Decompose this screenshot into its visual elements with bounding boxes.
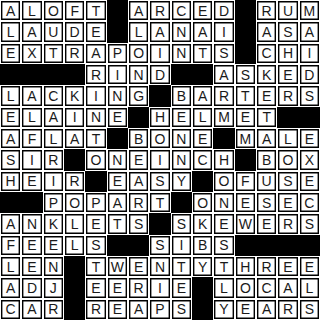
cell-r14c12[interactable]: O [235, 277, 256, 298]
cell-letter: F [241, 174, 250, 188]
cell-r6c2[interactable]: L [21, 107, 42, 128]
block-cell-r6c7 [128, 107, 149, 128]
cell-r1c10[interactable]: E [192, 0, 213, 21]
cell-r1c13[interactable]: R [256, 0, 277, 21]
cell-r7c14[interactable]: L [277, 128, 298, 149]
cell-r13c10[interactable]: Y [192, 256, 213, 277]
cell-letter: U [283, 4, 293, 18]
cell-r11c14[interactable]: R [277, 213, 298, 234]
cell-r11c6[interactable]: T [107, 213, 128, 234]
cell-r13c1[interactable]: L [0, 256, 21, 277]
cell-letter: M [303, 4, 315, 18]
cell-r2c8[interactable]: A [149, 21, 170, 42]
cell-r8c5[interactable]: O [85, 149, 106, 170]
cell-r13c15[interactable]: E [299, 256, 320, 277]
cell-letter: O [155, 132, 166, 146]
cell-r7c15[interactable]: E [299, 128, 320, 149]
cell-r13c12[interactable]: H [235, 256, 256, 277]
cell-letter: S [219, 238, 228, 252]
cell-letter: I [30, 153, 34, 167]
cell-r2c2[interactable]: A [21, 21, 42, 42]
cell-letter: H [219, 153, 229, 167]
cell-r8c1[interactable]: S [0, 149, 21, 170]
cell-r8c6[interactable]: N [107, 149, 128, 170]
block-cell-r7c11 [213, 128, 234, 149]
cell-letter: B [134, 132, 143, 146]
cell-letter: L [71, 217, 79, 231]
cell-letter: S [155, 238, 164, 252]
cell-r1c8[interactable]: R [149, 0, 170, 21]
cell-letter: S [241, 68, 250, 82]
block-cell-r12c15 [299, 235, 320, 256]
cell-r11c12[interactable]: W [235, 213, 256, 234]
block-cell-r4c10 [192, 64, 213, 85]
cell-r3c9[interactable]: N [171, 43, 192, 64]
cell-r2c9[interactable]: N [171, 21, 192, 42]
cell-letter: L [199, 110, 207, 124]
cell-r9c12[interactable]: F [235, 171, 256, 192]
cell-letter: W [239, 217, 252, 231]
cell-r5c9[interactable]: B [171, 85, 192, 106]
cell-letter: Y [198, 260, 207, 274]
cell-r1c4[interactable]: F [64, 0, 85, 21]
block-cell-r2c6 [107, 21, 128, 42]
cell-r15c14[interactable]: R [277, 299, 298, 320]
cell-letter: T [198, 46, 207, 60]
cell-letter: N [176, 132, 186, 146]
cell-r2c3[interactable]: U [43, 21, 64, 42]
cell-r6c8[interactable]: H [149, 107, 170, 128]
cell-r12c11[interactable]: S [213, 235, 234, 256]
cell-r8c15[interactable]: X [299, 149, 320, 170]
cell-letter: T [262, 110, 271, 124]
cell-r2c14[interactable]: S [277, 21, 298, 42]
cell-letter: A [262, 25, 271, 39]
cell-r3c2[interactable]: X [21, 43, 42, 64]
cell-r5c7[interactable]: G [128, 85, 149, 106]
cell-letter: C [48, 89, 58, 103]
cell-r5c6[interactable]: N [107, 85, 128, 106]
cell-r14c3[interactable]: J [43, 277, 64, 298]
cell-letter: T [92, 260, 101, 274]
cell-r6c13[interactable]: T [256, 107, 277, 128]
cell-r12c9[interactable]: I [171, 235, 192, 256]
cell-r7c7[interactable]: B [128, 128, 149, 149]
cell-r14c6[interactable]: E [107, 277, 128, 298]
cell-r5c12[interactable]: T [235, 85, 256, 106]
cell-r5c14[interactable]: R [277, 85, 298, 106]
cell-r4c14[interactable]: E [277, 64, 298, 85]
cell-r9c11[interactable]: O [213, 171, 234, 192]
cell-r11c7[interactable]: S [128, 213, 149, 234]
cell-letter: L [7, 89, 15, 103]
cell-r15c11[interactable]: Y [213, 299, 234, 320]
cell-letter: A [91, 46, 100, 60]
cell-letter: F [70, 4, 79, 18]
cell-r11c4[interactable]: L [64, 213, 85, 234]
cell-r4c7[interactable]: N [128, 64, 149, 85]
cell-letter: E [283, 68, 292, 82]
cell-r13c9[interactable]: T [171, 256, 192, 277]
cell-letter: C [198, 153, 208, 167]
cell-r13c3[interactable]: N [43, 256, 64, 277]
cell-r15c2[interactable]: A [21, 299, 42, 320]
cell-r4c6[interactable]: I [107, 64, 128, 85]
cell-r2c1[interactable]: L [0, 21, 21, 42]
cell-r9c13[interactable]: U [256, 171, 277, 192]
cell-r5c13[interactable]: E [256, 85, 277, 106]
cell-r12c5[interactable]: S [85, 235, 106, 256]
cell-r9c7[interactable]: A [128, 171, 149, 192]
cell-letter: S [91, 238, 100, 252]
block-cell-r4c3 [43, 64, 64, 85]
cell-letter: K [70, 89, 79, 103]
cell-letter: A [198, 89, 207, 103]
cell-letter: D [70, 25, 80, 39]
cell-letter: A [155, 25, 164, 39]
cell-r11c3[interactable]: K [43, 213, 64, 234]
block-cell-r10c9 [171, 192, 192, 213]
cell-r1c15[interactable]: M [299, 0, 320, 21]
cell-r2c4[interactable]: D [64, 21, 85, 42]
cell-r4c15[interactable]: D [299, 64, 320, 85]
cell-r13c13[interactable]: R [256, 256, 277, 277]
cell-r7c1[interactable]: A [0, 128, 21, 149]
cell-letter: F [6, 238, 15, 252]
cell-r8c14[interactable]: O [277, 149, 298, 170]
cell-r8c8[interactable]: I [149, 149, 170, 170]
cell-letter: E [49, 238, 58, 252]
cell-r7c10[interactable]: E [192, 128, 213, 149]
cell-r15c6[interactable]: E [107, 299, 128, 320]
cell-letter: B [262, 153, 271, 167]
cell-letter: E [262, 89, 271, 103]
cell-letter: F [28, 132, 37, 146]
cell-letter: D [155, 68, 165, 82]
cell-r5c15[interactable]: S [299, 85, 320, 106]
cell-r7c12[interactable]: M [235, 128, 256, 149]
cell-r13c2[interactable]: E [21, 256, 42, 277]
cell-r11c2[interactable]: N [21, 213, 42, 234]
cell-letter: S [219, 46, 228, 60]
cell-letter: E [6, 46, 15, 60]
cell-r7c3[interactable]: L [43, 128, 64, 149]
cell-r13c5[interactable]: T [85, 256, 106, 277]
cell-letter: E [113, 174, 122, 188]
cell-r4c5[interactable]: R [85, 64, 106, 85]
cell-r1c9[interactable]: C [171, 0, 192, 21]
block-cell-r12c14 [277, 235, 298, 256]
cell-r15c8[interactable]: P [149, 299, 170, 320]
cell-r10c13[interactable]: S [256, 192, 277, 213]
cell-r15c3[interactable]: R [43, 299, 64, 320]
cell-r1c7[interactable]: A [128, 0, 149, 21]
cell-r7c5[interactable]: T [85, 128, 106, 149]
cell-r14c5[interactable]: E [85, 277, 106, 298]
cell-r3c10[interactable]: T [192, 43, 213, 64]
cell-r2c15[interactable]: A [299, 21, 320, 42]
cell-letter: C [304, 196, 314, 210]
cell-r14c8[interactable]: I [149, 277, 170, 298]
cell-r14c13[interactable]: C [256, 277, 277, 298]
cell-letter: I [158, 46, 162, 60]
cell-letter: O [48, 4, 59, 18]
cell-r7c9[interactable]: N [171, 128, 192, 149]
cell-letter: X [27, 46, 36, 60]
cell-r8c10[interactable]: C [192, 149, 213, 170]
cell-r12c3[interactable]: E [43, 235, 64, 256]
cell-r4c13[interactable]: K [256, 64, 277, 85]
cell-r10c14[interactable]: E [277, 192, 298, 213]
cell-letter: T [92, 4, 101, 18]
cell-r10c5[interactable]: P [85, 192, 106, 213]
cell-r6c9[interactable]: E [171, 107, 192, 128]
cell-r5c3[interactable]: C [43, 85, 64, 106]
cell-letter: R [134, 196, 144, 210]
cell-r15c15[interactable]: S [299, 299, 320, 320]
cell-letter: E [283, 260, 292, 274]
cell-letter: N [48, 260, 58, 274]
cell-r1c2[interactable]: L [21, 0, 42, 21]
cell-r12c8[interactable]: S [149, 235, 170, 256]
cell-letter: L [220, 281, 228, 295]
cell-letter: T [49, 46, 58, 60]
cell-r14c7[interactable]: R [128, 277, 149, 298]
cell-r2c10[interactable]: A [192, 21, 213, 42]
cell-letter: R [283, 302, 293, 316]
cell-letter: N [112, 89, 122, 103]
cell-r5c1[interactable]: L [0, 85, 21, 106]
cell-r12c4[interactable]: L [64, 235, 85, 256]
cell-r1c1[interactable]: A [0, 0, 21, 21]
cell-r15c1[interactable]: C [0, 299, 21, 320]
cell-r11c10[interactable]: K [192, 213, 213, 234]
cell-r14c2[interactable]: D [21, 277, 42, 298]
cell-letter: K [49, 217, 58, 231]
cell-letter: P [49, 196, 58, 210]
cell-r10c12[interactable]: E [235, 192, 256, 213]
cell-r11c5[interactable]: E [85, 213, 106, 234]
cell-r13c7[interactable]: E [128, 256, 149, 277]
cell-r13c11[interactable]: T [213, 256, 234, 277]
block-cell-r15c10 [192, 299, 213, 320]
cell-r11c11[interactable]: E [213, 213, 234, 234]
cell-r3c1[interactable]: E [0, 43, 21, 64]
cell-letter: N [176, 25, 186, 39]
cell-r4c12[interactable]: S [235, 64, 256, 85]
cell-letter: E [241, 302, 250, 316]
cell-r6c3[interactable]: A [43, 107, 64, 128]
cell-r7c13[interactable]: A [256, 128, 277, 149]
cell-letter: E [177, 110, 186, 124]
cell-r8c9[interactable]: N [171, 149, 192, 170]
cell-r3c14[interactable]: H [277, 43, 298, 64]
block-cell-r12c13 [256, 235, 277, 256]
block-cell-r4c9 [171, 64, 192, 85]
cell-r9c8[interactable]: S [149, 171, 170, 192]
cell-letter: A [134, 174, 143, 188]
cell-r12c10[interactable]: B [192, 235, 213, 256]
cell-r14c1[interactable]: A [0, 277, 21, 298]
cell-r13c14[interactable]: E [277, 256, 298, 277]
cell-r5c10[interactable]: A [192, 85, 213, 106]
cell-r15c12[interactable]: E [235, 299, 256, 320]
block-cell-r9c5 [85, 171, 106, 192]
cell-r10c7[interactable]: R [128, 192, 149, 213]
cell-r10c4[interactable]: O [64, 192, 85, 213]
cell-r15c7[interactable]: A [128, 299, 149, 320]
cell-letter: A [6, 4, 15, 18]
cell-letter: E [305, 260, 314, 274]
cell-letter: D [27, 281, 37, 295]
cell-r15c13[interactable]: A [256, 299, 277, 320]
cell-r6c4[interactable]: I [64, 107, 85, 128]
cell-r5c5[interactable]: I [85, 85, 106, 106]
cell-r8c3[interactable]: R [43, 149, 64, 170]
cell-letter: E [262, 217, 271, 231]
cell-letter: E [91, 25, 100, 39]
cell-letter: E [198, 4, 207, 18]
cell-r7c2[interactable]: F [21, 128, 42, 149]
cell-r6c12[interactable]: E [235, 107, 256, 128]
cell-letter: N [112, 153, 122, 167]
cell-r9c2[interactable]: E [21, 171, 42, 192]
cell-r9c14[interactable]: S [277, 171, 298, 192]
cell-r1c11[interactable]: D [213, 0, 234, 21]
cell-r7c8[interactable]: O [149, 128, 170, 149]
cell-r2c7[interactable]: L [128, 21, 149, 42]
cell-r3c4[interactable]: R [64, 43, 85, 64]
cell-letter: E [91, 217, 100, 231]
cell-r6c10[interactable]: L [192, 107, 213, 128]
cell-letter: A [113, 196, 122, 210]
cell-r12c2[interactable]: E [21, 235, 42, 256]
cell-letter: E [113, 281, 122, 295]
cell-r11c15[interactable]: S [299, 213, 320, 234]
cell-r10c15[interactable]: C [299, 192, 320, 213]
cell-r15c9[interactable]: S [171, 299, 192, 320]
block-cell-r7c6 [107, 128, 128, 149]
cell-r1c14[interactable]: U [277, 0, 298, 21]
cell-r3c5[interactable]: A [85, 43, 106, 64]
cell-r9c15[interactable]: E [299, 171, 320, 192]
cell-letter: A [6, 281, 15, 295]
cell-r6c11[interactable]: M [213, 107, 234, 128]
cell-r8c11[interactable]: H [213, 149, 234, 170]
cell-letter: D [219, 4, 229, 18]
cell-r9c3[interactable]: I [43, 171, 64, 192]
block-cell-r4c1 [0, 64, 21, 85]
block-cell-r4c2 [21, 64, 42, 85]
cell-r3c3[interactable]: T [43, 43, 64, 64]
cell-r1c5[interactable]: T [85, 0, 106, 21]
cell-r10c10[interactable]: O [192, 192, 213, 213]
cell-r12c1[interactable]: F [0, 235, 21, 256]
cell-letter: U [48, 25, 58, 39]
cell-r2c5[interactable]: E [85, 21, 106, 42]
cell-letter: B [177, 89, 186, 103]
cell-r3c13[interactable]: C [256, 43, 277, 64]
cell-r15c5[interactable]: R [85, 299, 106, 320]
block-cell-r10c1 [0, 192, 21, 213]
cell-letter: T [92, 132, 101, 146]
cell-letter: R [262, 4, 272, 18]
cell-r10c6[interactable]: A [107, 192, 128, 213]
cell-r14c11[interactable]: L [213, 277, 234, 298]
cell-r11c9[interactable]: S [171, 213, 192, 234]
cell-r3c6[interactable]: P [107, 43, 128, 64]
cell-letter: R [155, 4, 165, 18]
cell-letter: S [262, 196, 271, 210]
cell-r9c4[interactable]: R [64, 171, 85, 192]
cell-r9c1[interactable]: H [0, 171, 21, 192]
cell-r7c4[interactable]: A [64, 128, 85, 149]
cell-r3c11[interactable]: S [213, 43, 234, 64]
cell-r6c1[interactable]: E [0, 107, 21, 128]
cell-letter: L [7, 260, 15, 274]
cell-r8c7[interactable]: E [128, 149, 149, 170]
cell-letter: P [91, 196, 100, 210]
cell-letter: A [262, 132, 271, 146]
cell-r14c9[interactable]: E [171, 277, 192, 298]
cell-r2c13[interactable]: A [256, 21, 277, 42]
cell-r1c3[interactable]: O [43, 0, 64, 21]
cell-r14c15[interactable]: L [299, 277, 320, 298]
cell-r9c9[interactable]: Y [171, 171, 192, 192]
cell-r11c13[interactable]: E [256, 213, 277, 234]
cell-letter: L [49, 132, 57, 146]
block-cell-r6c14 [277, 107, 298, 128]
cell-r4c8[interactable]: D [149, 64, 170, 85]
cell-r8c2[interactable]: I [21, 149, 42, 170]
cell-r3c7[interactable]: O [128, 43, 149, 64]
cell-r8c13[interactable]: B [256, 149, 277, 170]
cell-letter: T [177, 260, 186, 274]
cell-r13c6[interactable]: W [107, 256, 128, 277]
cell-r10c11[interactable]: N [213, 192, 234, 213]
cell-letter: H [283, 46, 293, 60]
cell-r5c11[interactable]: R [213, 85, 234, 106]
cell-r10c8[interactable]: T [149, 192, 170, 213]
cell-r13c8[interactable]: N [149, 256, 170, 277]
cell-letter: L [28, 110, 36, 124]
cell-r14c14[interactable]: A [277, 277, 298, 298]
cell-r6c6[interactable]: E [107, 107, 128, 128]
cell-letter: T [241, 89, 250, 103]
cell-letter: R [283, 217, 293, 231]
cell-r6c5[interactable]: N [85, 107, 106, 128]
cell-letter: S [6, 153, 15, 167]
cell-letter: H [6, 174, 16, 188]
cell-letter: A [6, 132, 15, 146]
cell-letter: E [305, 132, 314, 146]
cell-letter: I [222, 25, 226, 39]
cell-r9c6[interactable]: E [107, 171, 128, 192]
cell-r2c11[interactable]: I [213, 21, 234, 42]
cell-r10c3[interactable]: P [43, 192, 64, 213]
cell-letter: S [305, 89, 314, 103]
cell-r3c8[interactable]: I [149, 43, 170, 64]
cell-r5c4[interactable]: K [64, 85, 85, 106]
cell-r5c2[interactable]: A [21, 85, 42, 106]
block-cell-r8c4 [64, 149, 85, 170]
cell-r4c11[interactable]: A [213, 64, 234, 85]
cell-r3c15[interactable]: I [299, 43, 320, 64]
cell-r11c1[interactable]: A [0, 213, 21, 234]
cell-letter: I [158, 153, 162, 167]
cell-letter: A [219, 68, 228, 82]
block-cell-r8c12 [235, 149, 256, 170]
